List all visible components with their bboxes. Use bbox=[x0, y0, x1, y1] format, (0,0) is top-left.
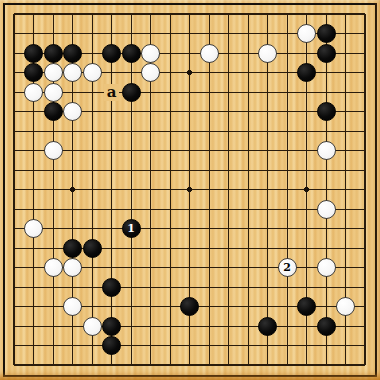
stones-layer: 12a bbox=[4, 4, 375, 375]
stone-white bbox=[317, 258, 336, 277]
stone-white bbox=[24, 219, 43, 238]
stone-black bbox=[63, 44, 82, 63]
stone-white bbox=[336, 297, 355, 316]
stone-black bbox=[317, 44, 336, 63]
stone-white bbox=[63, 63, 82, 82]
move-2-stone-white: 2 bbox=[278, 258, 297, 277]
stone-white bbox=[258, 44, 277, 63]
stone-black bbox=[317, 102, 336, 121]
stone-white bbox=[63, 102, 82, 121]
stone-white bbox=[83, 317, 102, 336]
go-board[interactable]: 12a bbox=[0, 0, 380, 380]
stone-black bbox=[122, 44, 141, 63]
stone-white bbox=[141, 63, 160, 82]
stone-black bbox=[180, 297, 199, 316]
stone-white bbox=[297, 24, 316, 43]
stone-white bbox=[44, 63, 63, 82]
stone-black bbox=[258, 317, 277, 336]
stone-black bbox=[83, 239, 102, 258]
stone-black bbox=[122, 83, 141, 102]
stone-white bbox=[44, 83, 63, 102]
stone-white bbox=[44, 258, 63, 277]
stone-white bbox=[44, 141, 63, 160]
stone-white bbox=[63, 258, 82, 277]
stone-white bbox=[63, 297, 82, 316]
stone-black bbox=[102, 278, 121, 297]
stone-black bbox=[44, 102, 63, 121]
stone-white bbox=[200, 44, 219, 63]
stone-black bbox=[297, 63, 316, 82]
stone-black bbox=[63, 239, 82, 258]
stone-black bbox=[44, 44, 63, 63]
stone-black bbox=[297, 297, 316, 316]
stone-black bbox=[317, 24, 336, 43]
move-1-stone-black: 1 bbox=[122, 219, 141, 238]
stone-black bbox=[102, 317, 121, 336]
stone-black bbox=[24, 44, 43, 63]
stone-white bbox=[317, 200, 336, 219]
stone-white bbox=[83, 63, 102, 82]
stone-black bbox=[317, 317, 336, 336]
stone-white bbox=[24, 83, 43, 102]
stone-black bbox=[102, 336, 121, 355]
stone-white bbox=[141, 44, 160, 63]
stone-white bbox=[317, 141, 336, 160]
stone-black bbox=[24, 63, 43, 82]
stone-black bbox=[102, 44, 121, 63]
point-label-a: a bbox=[104, 84, 119, 101]
